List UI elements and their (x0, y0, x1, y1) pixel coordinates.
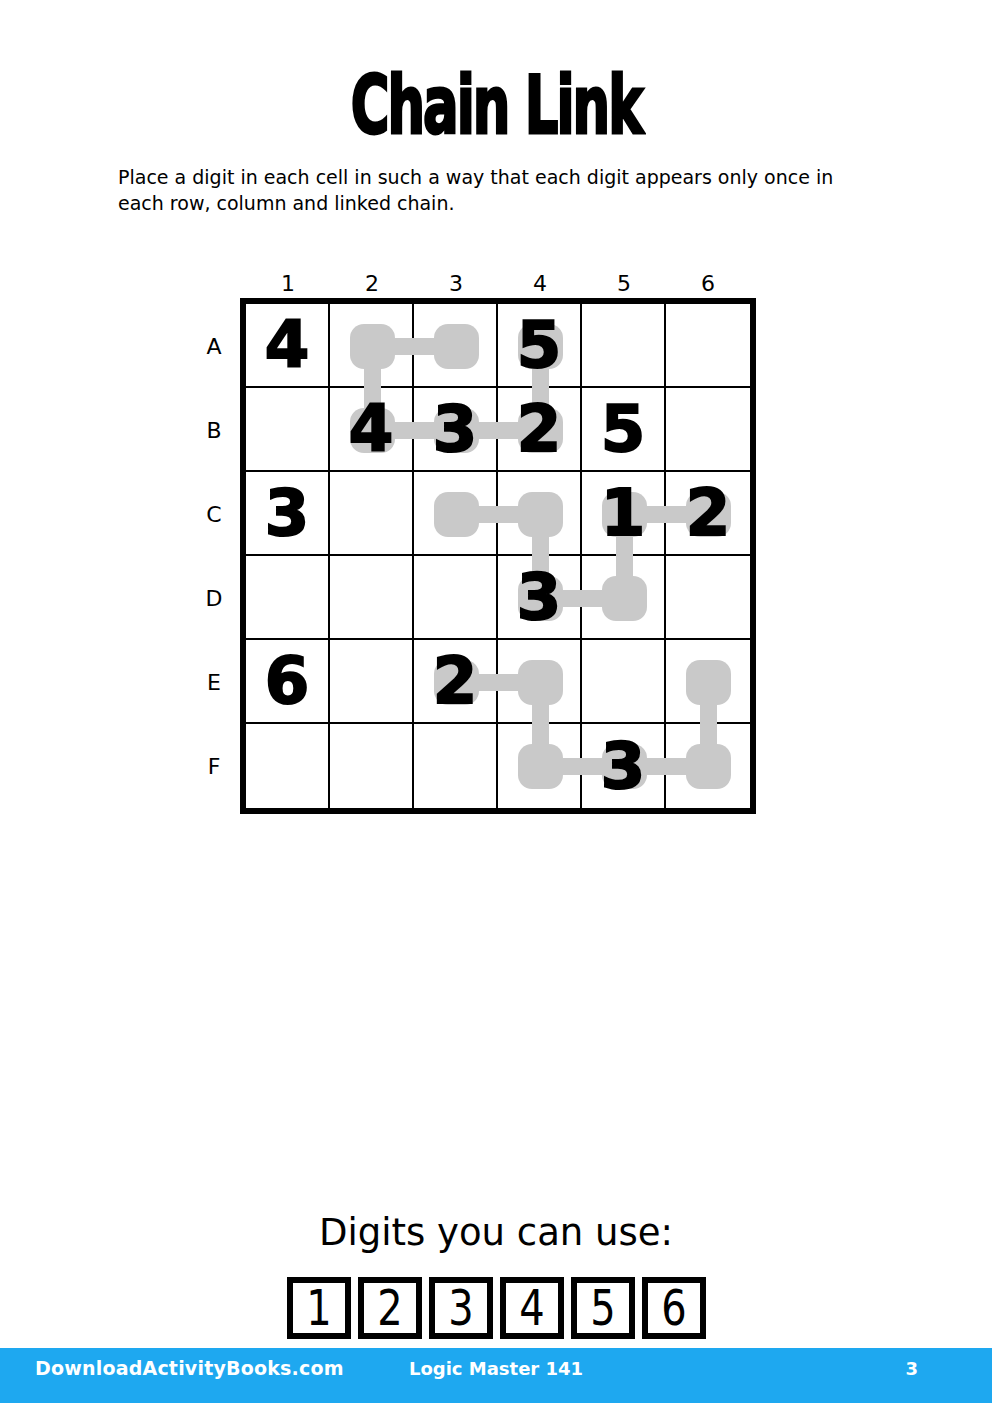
given-digit-A4: 5 (517, 313, 562, 377)
digit-boxes: 123456 (0, 1277, 992, 1339)
given-digit-F5: 3 (601, 734, 646, 798)
instructions: Place a digit in each cell in such a way… (118, 164, 833, 216)
digit-box-value-4: 4 (519, 1283, 544, 1333)
page-title: Chain Link (169, 66, 824, 146)
given-digit-D4: 3 (517, 565, 562, 629)
chain-link-C3-C4 (456, 506, 540, 523)
digit-box-2: 2 (358, 1277, 422, 1339)
digit-box-6: 6 (642, 1277, 706, 1339)
given-digit-A1: 4 (265, 313, 310, 377)
row-label-A: A (194, 304, 234, 388)
chain-link-E4-F4 (532, 682, 549, 766)
row-label-C: C (194, 472, 234, 556)
digit-box-1: 1 (287, 1277, 351, 1339)
chain-layer (246, 304, 750, 808)
digit-box-4: 4 (500, 1277, 564, 1339)
digit-box-value-5: 5 (590, 1283, 615, 1333)
row-label-B: B (194, 388, 234, 472)
footer-page-number: 3 (905, 1358, 918, 1379)
board: 4543253123623 (240, 298, 756, 814)
given-digit-B5: 5 (601, 397, 646, 461)
digit-box-value-6: 6 (661, 1283, 686, 1333)
row-label-D: D (194, 556, 234, 640)
digit-box-value-3: 3 (448, 1283, 473, 1333)
col-label-3: 3 (414, 268, 498, 300)
col-label-1: 1 (246, 268, 330, 300)
given-digit-C5: 1 (601, 481, 646, 545)
footer-book-title: Logic Master 141 (0, 1358, 992, 1379)
digits-heading: Digits you can use: (0, 1211, 992, 1255)
given-digit-C1: 3 (265, 481, 310, 545)
row-label-E: E (194, 640, 234, 724)
given-digit-C6: 2 (686, 481, 731, 545)
given-digit-B4: 2 (517, 397, 562, 461)
instructions-line-1: Place a digit in each cell in such a way… (118, 164, 833, 190)
digit-box-value-1: 1 (306, 1283, 331, 1333)
given-digit-B2: 4 (349, 397, 394, 461)
chain-link-F6-E6 (700, 682, 717, 766)
digit-box-5: 5 (571, 1277, 635, 1339)
row-label-F: F (194, 724, 234, 808)
digit-box-value-2: 2 (377, 1283, 402, 1333)
given-digit-E3: 2 (433, 649, 478, 713)
page: Chain Link Place a digit in each cell in… (0, 0, 992, 1403)
given-digit-E1: 6 (265, 649, 310, 713)
digit-box-3: 3 (429, 1277, 493, 1339)
given-digit-B3: 3 (433, 397, 478, 461)
instructions-line-2: each row, column and linked chain. (118, 190, 833, 216)
col-label-4: 4 (498, 268, 582, 300)
chain-link-A3-A2 (372, 338, 456, 355)
col-label-6: 6 (666, 268, 750, 300)
footer-bar: DownloadActivityBooks.com Logic Master 1… (0, 1348, 992, 1403)
col-label-2: 2 (330, 268, 414, 300)
col-label-5: 5 (582, 268, 666, 300)
